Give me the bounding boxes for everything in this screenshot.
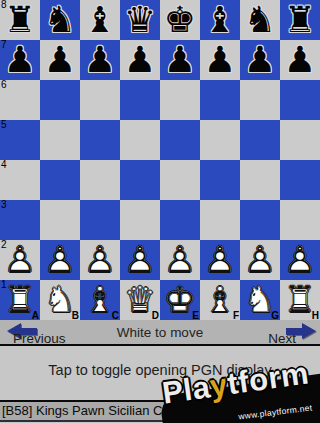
file-label: D <box>152 310 159 321</box>
square-a1[interactable]: 1A♜♖ <box>0 280 40 320</box>
square-a2[interactable]: 2♟♙ <box>0 240 40 280</box>
black-knight: ♞ <box>240 0 280 40</box>
square-a8[interactable]: 8♜ <box>0 0 40 40</box>
chess-board: 8♜♞♝♛♚♝♞♜7♟♟♟♟♟♟♟♟65432♟♙♟♙♟♙♟♙♟♙♟♙♟♙♟♙1… <box>0 0 320 320</box>
square-c8[interactable]: ♝ <box>80 0 120 40</box>
rank-label: 2 <box>1 239 7 250</box>
black-pawn: ♟ <box>240 40 280 80</box>
black-queen: ♛ <box>120 0 160 40</box>
square-a5[interactable]: 5 <box>0 120 40 160</box>
file-label: A <box>32 310 39 321</box>
square-c1[interactable]: C♝♗ <box>80 280 120 320</box>
white-pawn: ♟♙ <box>200 240 240 280</box>
black-pawn: ♟ <box>160 40 200 80</box>
square-e8[interactable]: ♚ <box>160 0 200 40</box>
black-bishop: ♝ <box>200 0 240 40</box>
file-label: G <box>271 310 279 321</box>
black-pawn: ♟ <box>280 40 320 80</box>
square-d2[interactable]: ♟♙ <box>120 240 160 280</box>
rank-label: 1 <box>1 279 7 290</box>
square-b5[interactable] <box>40 120 80 160</box>
file-label: E <box>192 310 199 321</box>
square-b8[interactable]: ♞ <box>40 0 80 40</box>
file-label: F <box>233 310 239 321</box>
rank-label: 7 <box>1 39 7 50</box>
file-label: C <box>112 310 119 321</box>
square-b3[interactable] <box>40 200 80 240</box>
rank-label: 5 <box>1 119 7 130</box>
black-bishop: ♝ <box>80 0 120 40</box>
square-h8[interactable]: ♜ <box>280 0 320 40</box>
square-g1[interactable]: G♞♘ <box>240 280 280 320</box>
square-g3[interactable] <box>240 200 280 240</box>
previous-button[interactable]: Previous <box>13 331 66 346</box>
rank-label: 4 <box>1 159 7 170</box>
white-pawn: ♟♙ <box>160 240 200 280</box>
chess-app-screen: 8♜♞♝♛♚♝♞♜7♟♟♟♟♟♟♟♟65432♟♙♟♙♟♙♟♙♟♙♟♙♟♙♟♙1… <box>0 0 320 423</box>
square-d7[interactable]: ♟ <box>120 40 160 80</box>
square-a3[interactable]: 3 <box>0 200 40 240</box>
next-arrow-icon[interactable] <box>285 323 316 340</box>
square-g6[interactable] <box>240 80 280 120</box>
square-c5[interactable] <box>80 120 120 160</box>
square-d8[interactable]: ♛ <box>120 0 160 40</box>
square-a7[interactable]: 7♟ <box>0 40 40 80</box>
rank-label: 6 <box>1 79 7 90</box>
white-pawn: ♟♙ <box>240 240 280 280</box>
white-pawn: ♟♙ <box>280 240 320 280</box>
black-king: ♚ <box>160 0 200 40</box>
square-c7[interactable]: ♟ <box>80 40 120 80</box>
square-h4[interactable] <box>280 160 320 200</box>
white-pawn: ♟♙ <box>40 240 80 280</box>
square-f7[interactable]: ♟ <box>200 40 240 80</box>
black-pawn: ♟ <box>80 40 120 80</box>
square-g7[interactable]: ♟ <box>240 40 280 80</box>
square-f8[interactable]: ♝ <box>200 0 240 40</box>
square-e2[interactable]: ♟♙ <box>160 240 200 280</box>
black-pawn: ♟ <box>120 40 160 80</box>
square-c3[interactable] <box>80 200 120 240</box>
square-d5[interactable] <box>120 120 160 160</box>
square-b1[interactable]: B♞♘ <box>40 280 80 320</box>
square-g4[interactable] <box>240 160 280 200</box>
black-rook: ♜ <box>280 0 320 40</box>
square-d6[interactable] <box>120 80 160 120</box>
arrow-head <box>302 323 316 339</box>
square-e1[interactable]: E♚♔ <box>160 280 200 320</box>
rank-label: 8 <box>1 0 7 10</box>
square-h1[interactable]: H♜♖ <box>280 280 320 320</box>
white-pawn: ♟♙ <box>120 240 160 280</box>
arrow-shaft <box>286 328 303 335</box>
square-f6[interactable] <box>200 80 240 120</box>
square-f3[interactable] <box>200 200 240 240</box>
rank-label: 3 <box>1 199 7 210</box>
square-e5[interactable] <box>160 120 200 160</box>
square-e4[interactable] <box>160 160 200 200</box>
white-pawn: ♟♙ <box>80 240 120 280</box>
square-d3[interactable] <box>120 200 160 240</box>
square-b2[interactable]: ♟♙ <box>40 240 80 280</box>
square-b6[interactable] <box>40 80 80 120</box>
square-h3[interactable] <box>280 200 320 240</box>
playtform-watermark: Playtform www.playtform.net <box>155 360 320 423</box>
square-g2[interactable]: ♟♙ <box>240 240 280 280</box>
square-g5[interactable] <box>240 120 280 160</box>
square-h7[interactable]: ♟ <box>280 40 320 80</box>
square-e7[interactable]: ♟ <box>160 40 200 80</box>
black-pawn: ♟ <box>40 40 80 80</box>
square-h5[interactable] <box>280 120 320 160</box>
file-label: H <box>312 310 319 321</box>
square-f1[interactable]: F♝♗ <box>200 280 240 320</box>
square-c4[interactable] <box>80 160 120 200</box>
file-label: B <box>72 310 79 321</box>
square-d1[interactable]: D♛♕ <box>120 280 160 320</box>
square-a4[interactable]: 4 <box>0 160 40 200</box>
square-a6[interactable]: 6 <box>0 80 40 120</box>
black-pawn: ♟ <box>200 40 240 80</box>
status-bar: Previous White to move Next <box>0 320 320 346</box>
black-knight: ♞ <box>40 0 80 40</box>
square-e6[interactable] <box>160 80 200 120</box>
square-h2[interactable]: ♟♙ <box>280 240 320 280</box>
square-b4[interactable] <box>40 160 80 200</box>
square-e3[interactable] <box>160 200 200 240</box>
square-c2[interactable]: ♟♙ <box>80 240 120 280</box>
square-f2[interactable]: ♟♙ <box>200 240 240 280</box>
square-b7[interactable]: ♟ <box>40 40 80 80</box>
square-f4[interactable] <box>200 160 240 200</box>
logo-pre: Pla <box>160 369 212 410</box>
square-f5[interactable] <box>200 120 240 160</box>
square-g8[interactable]: ♞ <box>240 0 280 40</box>
square-c6[interactable] <box>80 80 120 120</box>
square-d4[interactable] <box>120 160 160 200</box>
square-h6[interactable] <box>280 80 320 120</box>
